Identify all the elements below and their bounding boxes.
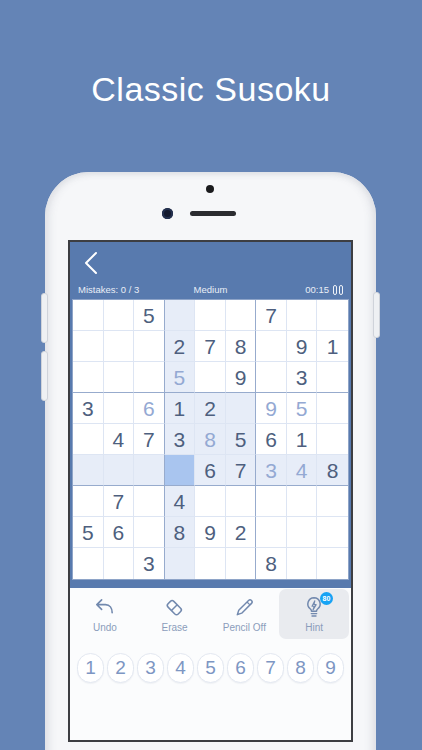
grid-cell-r9c7[interactable]: 8 xyxy=(256,548,287,579)
grid-cell-r1c1[interactable] xyxy=(73,300,104,331)
grid-cell-r9c1[interactable] xyxy=(73,548,104,579)
grid-cell-r5c1[interactable] xyxy=(73,424,104,455)
status-row: Mistakes: 0 / 3 Medium 00:15 xyxy=(70,284,351,295)
phone-mockup: Mistakes: 0 / 3 Medium 00:15 57278915933… xyxy=(45,172,376,750)
numpad-button-3[interactable]: 3 xyxy=(137,653,164,683)
grid-cell-r3c7[interactable] xyxy=(256,362,287,393)
grid-cell-r4c6[interactable] xyxy=(226,393,257,424)
numpad-button-9[interactable]: 9 xyxy=(317,653,344,683)
page-title: Classic Susoku xyxy=(0,70,422,109)
app-store-screenshot: { "app_title": "Classic Susoku", "game":… xyxy=(0,0,422,750)
grid-cell-r3c5[interactable] xyxy=(195,362,226,393)
toolbar: Undo Erase Pencil Off xyxy=(70,588,351,640)
grid-cell-r8c5[interactable]: 9 xyxy=(195,517,226,548)
grid-cell-r7c3[interactable] xyxy=(134,486,165,517)
grid-cell-r4c9[interactable] xyxy=(317,393,348,424)
grid-cell-r6c2[interactable] xyxy=(104,455,135,486)
grid-cell-r4c8[interactable]: 5 xyxy=(287,393,318,424)
grid-cell-r8c6[interactable]: 2 xyxy=(226,517,257,548)
numpad-button-8[interactable]: 8 xyxy=(287,653,314,683)
grid-cell-r8c7[interactable] xyxy=(256,517,287,548)
grid-cell-r7c8[interactable] xyxy=(287,486,318,517)
grid-cell-r2c7[interactable] xyxy=(256,331,287,362)
grid-cell-r5c5[interactable]: 8 xyxy=(195,424,226,455)
numpad-button-6[interactable]: 6 xyxy=(227,653,254,683)
grid-cell-r7c2[interactable]: 7 xyxy=(104,486,135,517)
grid-cell-r9c2[interactable] xyxy=(104,548,135,579)
grid-cell-r3c6[interactable]: 9 xyxy=(226,362,257,393)
grid-cell-r9c4[interactable] xyxy=(165,548,196,579)
undo-label: Undo xyxy=(93,622,117,633)
grid-cell-r5c4[interactable]: 3 xyxy=(165,424,196,455)
grid-cell-r6c9[interactable]: 8 xyxy=(317,455,348,486)
grid-cell-r7c5[interactable] xyxy=(195,486,226,517)
erase-button[interactable]: Erase xyxy=(140,588,210,640)
grid-cell-r2c2[interactable] xyxy=(104,331,135,362)
grid-cell-r7c6[interactable] xyxy=(226,486,257,517)
undo-button[interactable]: Undo xyxy=(70,588,140,640)
grid-cell-r1c5[interactable] xyxy=(195,300,226,331)
grid-cell-r6c6[interactable]: 7 xyxy=(226,455,257,486)
pencil-icon xyxy=(233,596,256,619)
eraser-icon xyxy=(163,596,186,619)
grid-cell-r9c8[interactable] xyxy=(287,548,318,579)
grid-cell-r6c7[interactable]: 3 xyxy=(256,455,287,486)
grid-cell-r8c9[interactable] xyxy=(317,517,348,548)
grid-cell-r5c8[interactable]: 1 xyxy=(287,424,318,455)
pencil-label: Pencil Off xyxy=(223,622,266,633)
numpad-button-1[interactable]: 1 xyxy=(77,653,104,683)
grid-cell-r1c2[interactable] xyxy=(104,300,135,331)
game-header: Mistakes: 0 / 3 Medium 00:15 xyxy=(70,242,351,299)
earpiece-speaker xyxy=(190,211,236,216)
sudoku-board-wrap: 5727891593361295473856167348745689238 xyxy=(70,299,351,588)
grid-cell-r3c2[interactable] xyxy=(104,362,135,393)
grid-cell-r9c6[interactable] xyxy=(226,548,257,579)
grid-cell-r3c1[interactable] xyxy=(73,362,104,393)
volume-down-button xyxy=(41,351,48,401)
sudoku-board: 5727891593361295473856167348745689238 xyxy=(72,299,349,580)
grid-cell-r2c9[interactable]: 1 xyxy=(317,331,348,362)
grid-cell-r2c6[interactable]: 8 xyxy=(226,331,257,362)
sensor-dot xyxy=(206,185,214,193)
grid-cell-r8c8[interactable] xyxy=(287,517,318,548)
grid-cell-r5c7[interactable]: 6 xyxy=(256,424,287,455)
hint-button[interactable]: 80 Hint xyxy=(279,589,349,639)
grid-cell-r2c3[interactable] xyxy=(134,331,165,362)
grid-cell-r3c8[interactable]: 3 xyxy=(287,362,318,393)
grid-cell-r4c3[interactable]: 6 xyxy=(134,393,165,424)
grid-cell-r2c5[interactable]: 7 xyxy=(195,331,226,362)
grid-cell-r9c3[interactable]: 3 xyxy=(134,548,165,579)
grid-cell-r5c2[interactable]: 4 xyxy=(104,424,135,455)
grid-cell-r8c3[interactable] xyxy=(134,517,165,548)
grid-cell-r5c3[interactable]: 7 xyxy=(134,424,165,455)
front-camera xyxy=(162,208,173,219)
grid-cell-r7c4[interactable]: 4 xyxy=(165,486,196,517)
grid-cell-r4c5[interactable]: 2 xyxy=(195,393,226,424)
pause-button[interactable] xyxy=(333,285,343,295)
grid-cell-r2c4[interactable]: 2 xyxy=(165,331,196,362)
grid-cell-r4c7[interactable]: 9 xyxy=(256,393,287,424)
grid-cell-r3c9[interactable] xyxy=(317,362,348,393)
grid-cell-r8c1[interactable]: 5 xyxy=(73,517,104,548)
numpad-area: 123456789 xyxy=(70,640,351,740)
grid-cell-r5c9[interactable] xyxy=(317,424,348,455)
volume-up-button xyxy=(41,293,48,343)
back-button[interactable] xyxy=(82,250,102,276)
grid-cell-r7c7[interactable] xyxy=(256,486,287,517)
grid-cell-r1c3[interactable]: 5 xyxy=(134,300,165,331)
grid-cell-r5c6[interactable]: 5 xyxy=(226,424,257,455)
grid-cell-r8c4[interactable]: 8 xyxy=(165,517,196,548)
pencil-button[interactable]: Pencil Off xyxy=(210,588,280,640)
grid-cell-r3c4[interactable]: 5 xyxy=(165,362,196,393)
grid-cell-r1c9[interactable] xyxy=(317,300,348,331)
mistakes-counter: Mistakes: 0 / 3 xyxy=(78,284,166,295)
grid-cell-r1c6[interactable] xyxy=(226,300,257,331)
numpad-button-2[interactable]: 2 xyxy=(107,653,134,683)
grid-cell-r1c7[interactable]: 7 xyxy=(256,300,287,331)
grid-cell-r9c9[interactable] xyxy=(317,548,348,579)
grid-cell-r6c5[interactable]: 6 xyxy=(195,455,226,486)
power-button xyxy=(373,292,380,338)
numpad-button-4[interactable]: 4 xyxy=(167,653,194,683)
grid-cell-r9c5[interactable] xyxy=(195,548,226,579)
grid-cell-r4c1[interactable]: 3 xyxy=(73,393,104,424)
app-screen: Mistakes: 0 / 3 Medium 00:15 57278915933… xyxy=(68,240,353,742)
numpad: 123456789 xyxy=(70,653,351,683)
grid-cell-r4c2[interactable] xyxy=(104,393,135,424)
grid-cell-r1c4[interactable] xyxy=(165,300,196,331)
undo-icon xyxy=(93,596,116,619)
grid-cell-r6c3[interactable] xyxy=(134,455,165,486)
grid-cell-r6c8[interactable]: 4 xyxy=(287,455,318,486)
grid-cell-r3c3[interactable] xyxy=(134,362,165,393)
grid-cell-r8c2[interactable]: 6 xyxy=(104,517,135,548)
grid-cell-r1c8[interactable] xyxy=(287,300,318,331)
hint-label: Hint xyxy=(305,622,323,633)
grid-cell-r6c4[interactable] xyxy=(165,455,196,486)
hint-badge: 80 xyxy=(320,592,333,605)
numpad-button-7[interactable]: 7 xyxy=(257,653,284,683)
grid-cell-r6c1[interactable] xyxy=(73,455,104,486)
erase-label: Erase xyxy=(162,622,188,633)
difficulty-label: Medium xyxy=(166,284,254,295)
grid-cell-r7c9[interactable] xyxy=(317,486,348,517)
grid-cell-r2c1[interactable] xyxy=(73,331,104,362)
grid-cell-r4c4[interactable]: 1 xyxy=(165,393,196,424)
grid-cell-r7c1[interactable] xyxy=(73,486,104,517)
grid-cell-r2c8[interactable]: 9 xyxy=(287,331,318,362)
timer: 00:15 xyxy=(305,284,329,295)
numpad-button-5[interactable]: 5 xyxy=(197,653,224,683)
